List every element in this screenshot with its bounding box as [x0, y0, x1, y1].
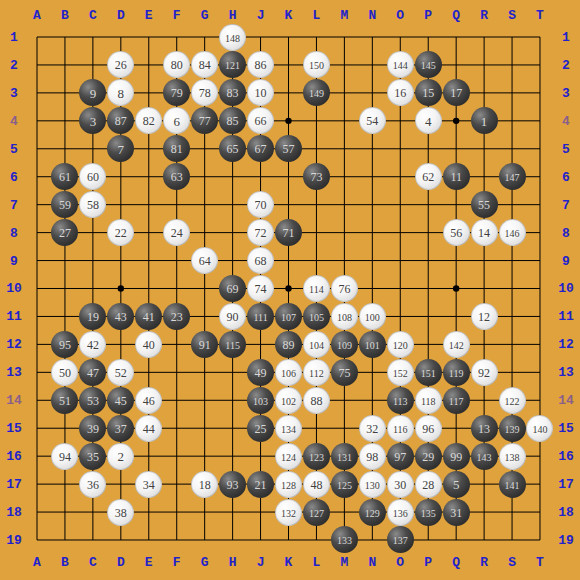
move-number: 53 [87, 393, 99, 408]
stone-black-135: 135 [415, 499, 442, 526]
row-label-left: 7 [10, 198, 18, 211]
move-number: 25 [255, 421, 267, 436]
move-number: 45 [115, 393, 127, 408]
column-label-bottom: J [257, 556, 265, 569]
stone-white-4: 4 [415, 107, 442, 134]
move-number: 61 [59, 170, 71, 185]
stone-white-108: 108 [331, 303, 358, 330]
move-number: 98 [366, 449, 378, 464]
move-number: 107 [281, 311, 296, 322]
move-number: 145 [421, 60, 436, 71]
move-number: 62 [422, 170, 434, 185]
stone-white-18: 18 [191, 471, 218, 498]
move-number: 7 [118, 141, 125, 157]
stone-white-96: 96 [415, 415, 442, 442]
stone-black-115: 115 [219, 331, 246, 358]
column-label-bottom: N [368, 556, 376, 569]
row-label-right: 3 [562, 86, 570, 99]
move-number: 123 [309, 451, 324, 462]
move-number: 24 [171, 226, 183, 241]
row-label-right: 17 [558, 478, 574, 491]
column-label-bottom: E [145, 556, 153, 569]
column-label-top: F [173, 9, 181, 22]
move-number: 71 [282, 226, 294, 241]
move-number: 125 [337, 479, 352, 490]
stone-black-1: 1 [471, 107, 498, 134]
stone-black-103: 103 [247, 387, 274, 414]
move-number: 96 [422, 421, 434, 436]
row-label-right: 7 [562, 198, 570, 211]
move-number: 52 [115, 365, 127, 380]
move-number: 104 [309, 339, 324, 350]
column-label-top: P [424, 9, 432, 22]
stone-white-136: 136 [387, 499, 414, 526]
row-label-left: 4 [10, 114, 18, 127]
row-label-left: 6 [10, 170, 18, 183]
move-number: 148 [225, 32, 240, 43]
stone-white-98: 98 [359, 443, 386, 470]
move-number: 112 [309, 367, 324, 378]
move-number: 92 [478, 365, 490, 380]
move-number: 141 [505, 479, 520, 490]
move-number: 79 [171, 86, 183, 101]
column-label-bottom: S [508, 556, 516, 569]
stone-black-139: 139 [499, 415, 526, 442]
stone-white-134: 134 [275, 415, 302, 442]
stone-black-45: 45 [107, 387, 134, 414]
column-label-bottom: F [173, 556, 181, 569]
stone-white-146: 146 [499, 219, 526, 246]
move-number: 142 [449, 339, 464, 350]
star-point [118, 285, 124, 291]
column-label-top: N [368, 9, 376, 22]
move-number: 85 [227, 114, 239, 129]
stone-white-106: 106 [275, 359, 302, 386]
move-number: 69 [227, 281, 239, 296]
move-number: 2 [118, 449, 125, 465]
move-number: 67 [255, 142, 267, 157]
move-number: 72 [255, 226, 267, 241]
move-number: 116 [393, 423, 408, 434]
stone-white-90: 90 [219, 303, 246, 330]
row-label-right: 10 [558, 282, 574, 295]
move-number: 43 [115, 309, 127, 324]
move-number: 102 [281, 395, 296, 406]
move-number: 115 [225, 339, 240, 350]
stone-black-151: 151 [415, 359, 442, 386]
stone-black-89: 89 [275, 331, 302, 358]
column-label-bottom: B [61, 556, 69, 569]
column-label-bottom: A [33, 556, 41, 569]
stone-white-114: 114 [303, 275, 330, 302]
move-number: 75 [338, 365, 350, 380]
column-label-bottom: T [536, 556, 544, 569]
move-number: 119 [449, 367, 464, 378]
move-number: 93 [227, 477, 239, 492]
stone-white-120: 120 [387, 331, 414, 358]
move-number: 103 [253, 395, 268, 406]
move-number: 134 [281, 423, 296, 434]
move-number: 130 [365, 479, 380, 490]
row-label-left: 19 [6, 533, 22, 546]
stone-black-109: 109 [331, 331, 358, 358]
move-number: 120 [393, 339, 408, 350]
row-label-left: 17 [6, 478, 22, 491]
move-number: 97 [394, 449, 406, 464]
stone-white-130: 130 [359, 471, 386, 498]
move-number: 86 [255, 58, 267, 73]
row-label-left: 15 [6, 422, 22, 435]
row-label-left: 12 [6, 338, 22, 351]
move-number: 138 [505, 451, 520, 462]
move-number: 19 [87, 309, 99, 324]
move-number: 4 [425, 113, 432, 129]
row-label-left: 18 [6, 506, 22, 519]
stone-white-142: 142 [443, 331, 470, 358]
move-number: 59 [59, 198, 71, 213]
stone-black-13: 13 [471, 415, 498, 442]
move-number: 26 [115, 58, 127, 73]
move-number: 109 [337, 339, 352, 350]
move-number: 11 [450, 170, 462, 185]
move-number: 139 [505, 423, 520, 434]
move-number: 118 [421, 395, 436, 406]
stone-white-64: 64 [191, 247, 218, 274]
move-number: 131 [337, 451, 352, 462]
row-label-right: 1 [562, 31, 570, 44]
row-label-right: 5 [562, 142, 570, 155]
move-number: 149 [309, 88, 324, 99]
move-number: 113 [393, 395, 408, 406]
column-label-bottom: L [313, 556, 321, 569]
row-label-left: 8 [10, 226, 18, 239]
move-number: 82 [143, 114, 155, 129]
move-number: 117 [449, 395, 464, 406]
move-number: 147 [505, 172, 520, 183]
move-number: 47 [87, 365, 99, 380]
stone-white-132: 132 [275, 499, 302, 526]
row-label-left: 9 [10, 254, 18, 267]
column-label-top: R [480, 9, 488, 22]
move-number: 137 [393, 535, 408, 546]
move-number: 133 [337, 535, 352, 546]
move-number: 60 [87, 170, 99, 185]
move-number: 66 [255, 114, 267, 129]
column-label-top: K [285, 9, 293, 22]
move-number: 10 [255, 86, 267, 101]
move-number: 17 [450, 86, 462, 101]
stone-white-138: 138 [499, 443, 526, 470]
move-number: 18 [199, 477, 211, 492]
stone-black-119: 119 [443, 359, 470, 386]
stone-black-11: 11 [443, 163, 470, 190]
move-number: 101 [365, 339, 380, 350]
row-label-right: 6 [562, 170, 570, 183]
move-number: 124 [281, 451, 296, 462]
stone-black-41: 41 [135, 303, 162, 330]
move-number: 70 [255, 198, 267, 213]
move-number: 94 [59, 449, 71, 464]
column-label-bottom: O [396, 556, 404, 569]
stone-black-71: 71 [275, 219, 302, 246]
row-label-right: 16 [558, 450, 574, 463]
stone-white-68: 68 [247, 247, 274, 274]
stone-white-124: 124 [275, 443, 302, 470]
move-number: 40 [143, 337, 155, 352]
stone-white-118: 118 [415, 387, 442, 414]
row-label-right: 12 [558, 338, 574, 351]
move-number: 80 [171, 58, 183, 73]
stone-white-70: 70 [247, 191, 274, 218]
stone-black-17: 17 [443, 79, 470, 106]
stone-black-131: 131 [331, 443, 358, 470]
move-number: 37 [115, 421, 127, 436]
move-number: 111 [253, 311, 267, 322]
move-number: 135 [421, 507, 436, 518]
stone-black-145: 145 [415, 51, 442, 78]
move-number: 65 [227, 142, 239, 157]
move-number: 54 [366, 114, 378, 129]
row-label-right: 13 [558, 366, 574, 379]
row-label-left: 13 [6, 366, 22, 379]
row-label-left: 10 [6, 282, 22, 295]
move-number: 74 [255, 281, 267, 296]
star-point [285, 285, 291, 291]
column-label-top: G [201, 9, 209, 22]
column-label-top: Q [452, 9, 460, 22]
move-number: 57 [282, 142, 294, 157]
move-number: 144 [393, 60, 408, 71]
column-label-top: O [396, 9, 404, 22]
row-label-right: 18 [558, 506, 574, 519]
row-label-left: 3 [10, 86, 18, 99]
move-number: 28 [422, 477, 434, 492]
stone-black-55: 55 [471, 191, 498, 218]
move-number: 132 [281, 507, 296, 518]
row-label-right: 2 [562, 58, 570, 71]
move-number: 89 [282, 337, 294, 352]
column-label-top: A [33, 9, 41, 22]
move-number: 56 [450, 226, 462, 241]
row-label-right: 11 [558, 310, 574, 323]
move-number: 121 [225, 60, 240, 71]
stone-black-15: 15 [415, 79, 442, 106]
row-label-right: 15 [558, 422, 574, 435]
move-number: 128 [281, 479, 296, 490]
stone-white-122: 122 [499, 387, 526, 414]
stone-black-125: 125 [331, 471, 358, 498]
row-label-left: 16 [6, 450, 22, 463]
stone-white-112: 112 [303, 359, 330, 386]
column-label-bottom: M [340, 556, 348, 569]
move-number: 122 [505, 395, 520, 406]
stone-black-127: 127 [303, 499, 330, 526]
move-number: 136 [393, 507, 408, 518]
stone-black-113: 113 [387, 387, 414, 414]
stone-black-21: 21 [247, 471, 274, 498]
column-label-bottom: C [89, 556, 97, 569]
move-number: 146 [505, 228, 520, 239]
stone-white-46: 46 [135, 387, 162, 414]
stone-black-31: 31 [443, 499, 470, 526]
move-number: 12 [478, 309, 490, 324]
stone-black-23: 23 [163, 303, 190, 330]
move-number: 51 [59, 393, 71, 408]
column-label-bottom: H [229, 556, 237, 569]
move-number: 15 [422, 86, 434, 101]
stone-white-52: 52 [107, 359, 134, 386]
move-number: 81 [171, 142, 183, 157]
stone-black-141: 141 [499, 471, 526, 498]
row-label-left: 14 [6, 394, 22, 407]
stone-white-34: 34 [135, 471, 162, 498]
row-label-left: 2 [10, 58, 18, 71]
stone-black-53: 53 [79, 387, 106, 414]
stone-white-16: 16 [387, 79, 414, 106]
move-number: 6 [173, 113, 180, 129]
row-label-left: 5 [10, 142, 18, 155]
stone-black-25: 25 [247, 415, 274, 442]
move-number: 63 [171, 170, 183, 185]
stone-black-143: 143 [471, 443, 498, 470]
move-number: 21 [255, 477, 267, 492]
stone-black-35: 35 [79, 443, 106, 470]
move-number: 99 [450, 449, 462, 464]
stone-white-152: 152 [387, 359, 414, 386]
move-number: 30 [394, 477, 406, 492]
stone-black-29: 29 [415, 443, 442, 470]
move-number: 90 [227, 309, 239, 324]
move-number: 49 [255, 365, 267, 380]
column-label-top: C [89, 9, 97, 22]
stone-white-56: 56 [443, 219, 470, 246]
stone-black-69: 69 [219, 275, 246, 302]
move-number: 13 [478, 421, 490, 436]
move-number: 64 [199, 254, 211, 269]
move-number: 84 [199, 58, 211, 73]
move-number: 150 [309, 60, 324, 71]
column-label-top: D [117, 9, 125, 22]
star-point [453, 285, 459, 291]
stone-white-128: 128 [275, 471, 302, 498]
stone-white-40: 40 [135, 331, 162, 358]
stone-white-12: 12 [471, 303, 498, 330]
move-number: 143 [477, 451, 492, 462]
stone-white-102: 102 [275, 387, 302, 414]
move-number: 46 [143, 393, 155, 408]
stone-black-129: 129 [359, 499, 386, 526]
move-number: 39 [87, 421, 99, 436]
go-board: AABBCCDDEEFFGGHHJJKKLLMMNNOOPPQQRRSSTT11… [0, 0, 580, 580]
stone-black-49: 49 [247, 359, 274, 386]
stone-white-144: 144 [387, 51, 414, 78]
stone-white-148: 148 [219, 24, 246, 51]
stone-black-51: 51 [51, 387, 78, 414]
move-number: 44 [143, 421, 155, 436]
stone-black-101: 101 [359, 331, 386, 358]
stone-black-91: 91 [191, 331, 218, 358]
column-label-top: M [340, 9, 348, 22]
move-number: 9 [90, 85, 97, 101]
column-label-bottom: G [201, 556, 209, 569]
move-number: 140 [532, 423, 547, 434]
move-number: 76 [338, 281, 350, 296]
stone-white-32: 32 [359, 415, 386, 442]
stone-black-47: 47 [79, 359, 106, 386]
move-number: 108 [337, 311, 352, 322]
column-label-top: E [145, 9, 153, 22]
move-number: 58 [87, 198, 99, 213]
move-number: 83 [227, 86, 239, 101]
column-label-top: L [313, 9, 321, 22]
column-label-top: J [257, 9, 265, 22]
move-number: 105 [309, 311, 324, 322]
stone-black-93: 93 [219, 471, 246, 498]
column-label-bottom: P [424, 556, 432, 569]
move-number: 22 [115, 226, 127, 241]
move-number: 31 [450, 505, 462, 520]
move-number: 29 [422, 449, 434, 464]
stone-white-38: 38 [107, 499, 134, 526]
move-number: 1 [481, 113, 488, 129]
move-number: 14 [478, 226, 490, 241]
column-label-bottom: Q [452, 556, 460, 569]
move-number: 48 [310, 477, 322, 492]
row-label-right: 14 [558, 394, 574, 407]
move-number: 100 [365, 311, 380, 322]
stone-black-117: 117 [443, 387, 470, 414]
move-number: 95 [59, 337, 71, 352]
stone-black-107: 107 [275, 303, 302, 330]
move-number: 151 [421, 367, 436, 378]
row-label-right: 9 [562, 254, 570, 267]
move-number: 87 [115, 114, 127, 129]
move-number: 129 [365, 507, 380, 518]
move-number: 16 [394, 86, 406, 101]
move-number: 114 [309, 283, 324, 294]
stone-black-147: 147 [499, 163, 526, 190]
stone-white-72: 72 [247, 219, 274, 246]
column-label-top: T [536, 9, 544, 22]
stone-black-37: 37 [107, 415, 134, 442]
move-number: 88 [310, 393, 322, 408]
move-number: 50 [59, 365, 71, 380]
column-label-top: H [229, 9, 237, 22]
stone-white-14: 14 [471, 219, 498, 246]
move-number: 127 [309, 507, 324, 518]
star-point [285, 118, 291, 124]
stone-white-54: 54 [359, 107, 386, 134]
stone-white-100: 100 [359, 303, 386, 330]
move-number: 23 [171, 309, 183, 324]
move-number: 152 [393, 367, 408, 378]
stone-black-111: 111 [247, 303, 274, 330]
row-label-left: 11 [6, 310, 22, 323]
move-number: 32 [366, 421, 378, 436]
column-label-bottom: R [480, 556, 488, 569]
stone-white-74: 74 [247, 275, 274, 302]
move-number: 34 [143, 477, 155, 492]
column-label-top: S [508, 9, 516, 22]
stone-white-62: 62 [415, 163, 442, 190]
stone-black-39: 39 [79, 415, 106, 442]
move-number: 68 [255, 254, 267, 269]
move-number: 3 [90, 113, 97, 129]
stone-white-30: 30 [387, 471, 414, 498]
move-number: 106 [281, 367, 296, 378]
stone-white-76: 76 [331, 275, 358, 302]
move-number: 35 [87, 449, 99, 464]
